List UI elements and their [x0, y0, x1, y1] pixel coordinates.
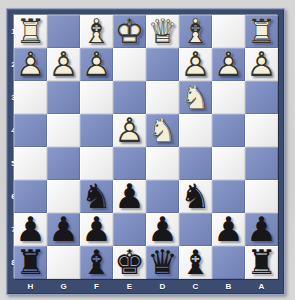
square-d8[interactable]: ♛	[146, 246, 179, 279]
white-pawn-icon: ♟♙	[245, 48, 278, 81]
white-pawn-icon: ♟♙	[212, 48, 245, 81]
square-h3[interactable]	[14, 81, 47, 114]
file-label-f: F	[80, 279, 113, 294]
piece-outline: ♙	[113, 114, 146, 147]
square-g2[interactable]: ♟♙	[47, 48, 80, 81]
piece-outline: ♕	[146, 15, 179, 48]
black-pawn-icon: ♟	[113, 180, 146, 213]
square-b7[interactable]: ♟	[212, 213, 245, 246]
black-rook-icon: ♜	[14, 246, 47, 279]
white-pawn-icon: ♟♙	[113, 114, 146, 147]
black-bishop-icon: ♝	[179, 246, 212, 279]
file-label-c: C	[179, 279, 212, 294]
piece-outline: ♙	[245, 48, 278, 81]
file-label-e: E	[113, 279, 146, 294]
square-b8[interactable]	[212, 246, 245, 279]
piece-fill: ♟	[113, 180, 146, 213]
piece-fill: ♟	[212, 213, 245, 246]
black-pawn-icon: ♟	[212, 213, 245, 246]
square-c8[interactable]: ♝	[179, 246, 212, 279]
square-f8[interactable]: ♝	[80, 246, 113, 279]
square-d2[interactable]	[146, 48, 179, 81]
square-d1[interactable]: ♛♕	[146, 15, 179, 48]
square-c3[interactable]: ♞♘	[179, 81, 212, 114]
piece-fill: ♞	[179, 180, 212, 213]
piece-fill: ♝	[179, 246, 212, 279]
square-h5[interactable]	[14, 147, 47, 180]
white-queen-icon: ♛♕	[146, 15, 179, 48]
square-e6[interactable]: ♟	[113, 180, 146, 213]
file-label-d: D	[146, 279, 179, 294]
file-label-g: G	[47, 279, 80, 294]
white-pawn-icon: ♟♙	[47, 48, 80, 81]
white-pawn-icon: ♟♙	[14, 48, 47, 81]
square-h2[interactable]: ♟♙	[14, 48, 47, 81]
white-knight-icon: ♞♘	[179, 81, 212, 114]
square-h4[interactable]	[14, 114, 47, 147]
square-h8[interactable]: ♜	[14, 246, 47, 279]
square-c6[interactable]: ♞	[179, 180, 212, 213]
square-e2[interactable]	[113, 48, 146, 81]
square-b4[interactable]	[212, 114, 245, 147]
piece-fill: ♜	[14, 246, 47, 279]
file-labels: HGFEDCBA	[14, 279, 278, 294]
square-e4[interactable]: ♟♙	[113, 114, 146, 147]
black-knight-icon: ♞	[179, 180, 212, 213]
piece-outline: ♘	[146, 114, 179, 147]
square-f4[interactable]	[80, 114, 113, 147]
piece-outline: ♘	[179, 81, 212, 114]
file-label-b: B	[212, 279, 245, 294]
square-b5[interactable]	[212, 147, 245, 180]
black-king-icon: ♚	[113, 246, 146, 279]
black-pawn-icon: ♟	[47, 213, 80, 246]
square-e8[interactable]: ♚	[113, 246, 146, 279]
square-c4[interactable]	[179, 114, 212, 147]
black-queen-icon: ♛	[146, 246, 179, 279]
square-g7[interactable]: ♟	[47, 213, 80, 246]
square-e1[interactable]: ♚♔	[113, 15, 146, 48]
black-bishop-icon: ♝	[80, 246, 113, 279]
square-a5[interactable]	[245, 147, 278, 180]
page-background: 12345678 ♜♖♝♗♚♔♛♕♝♗♜♖♟♙♟♙♟♙♟♙♟♙♟♙♞♘♟♙♞♘♞…	[0, 0, 295, 300]
piece-fill: ♜	[245, 246, 278, 279]
square-g8[interactable]	[47, 246, 80, 279]
piece-outline: ♙	[47, 48, 80, 81]
white-king-icon: ♚♔	[113, 15, 146, 48]
square-g5[interactable]	[47, 147, 80, 180]
square-a4[interactable]	[245, 114, 278, 147]
square-b2[interactable]: ♟♙	[212, 48, 245, 81]
square-f3[interactable]	[80, 81, 113, 114]
chess-board-frame: 12345678 ♜♖♝♗♚♔♛♕♝♗♜♖♟♙♟♙♟♙♟♙♟♙♟♙♞♘♟♙♞♘♞…	[6, 8, 285, 295]
piece-outline: ♙	[80, 48, 113, 81]
piece-fill: ♚	[113, 246, 146, 279]
file-label-h: H	[14, 279, 47, 294]
black-rook-icon: ♜	[245, 246, 278, 279]
square-f2[interactable]: ♟♙	[80, 48, 113, 81]
square-a8[interactable]: ♜	[245, 246, 278, 279]
square-a2[interactable]: ♟♙	[245, 48, 278, 81]
chess-board[interactable]: ♜♖♝♗♚♔♛♕♝♗♜♖♟♙♟♙♟♙♟♙♟♙♟♙♞♘♟♙♞♘♞♟♞♟♟♟♟♟♟♜…	[14, 15, 278, 279]
square-b3[interactable]	[212, 81, 245, 114]
piece-fill: ♟	[47, 213, 80, 246]
square-g3[interactable]	[47, 81, 80, 114]
square-d5[interactable]	[146, 147, 179, 180]
piece-outline: ♙	[212, 48, 245, 81]
square-a3[interactable]	[245, 81, 278, 114]
piece-fill: ♝	[80, 246, 113, 279]
file-label-a: A	[245, 279, 278, 294]
piece-fill: ♛	[146, 246, 179, 279]
piece-outline: ♔	[113, 15, 146, 48]
square-g4[interactable]	[47, 114, 80, 147]
white-knight-icon: ♞♘	[146, 114, 179, 147]
piece-outline: ♙	[14, 48, 47, 81]
white-pawn-icon: ♟♙	[80, 48, 113, 81]
square-d4[interactable]: ♞♘	[146, 114, 179, 147]
